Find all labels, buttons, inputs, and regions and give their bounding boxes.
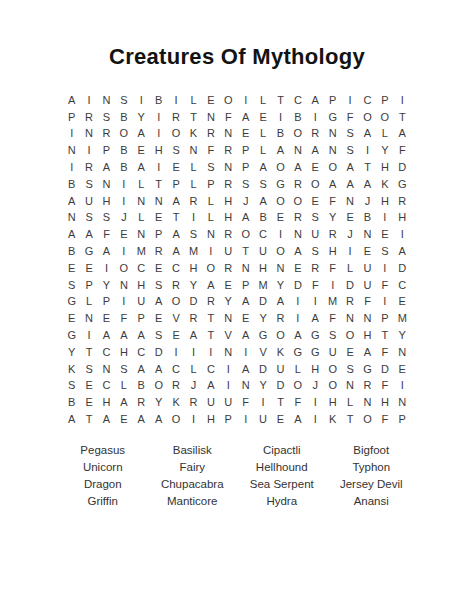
grid-cell[interactable]: N [220, 159, 237, 176]
grid-cell[interactable]: R [80, 159, 97, 176]
grid-cell[interactable]: D [394, 260, 411, 277]
grid-cell[interactable]: O [359, 411, 376, 428]
grid-cell[interactable]: I [394, 378, 411, 395]
grid-cell[interactable]: B [289, 109, 306, 126]
grid-cell[interactable]: P [80, 277, 97, 294]
grid-cell[interactable]: O [237, 226, 254, 243]
grid-cell[interactable]: A [307, 310, 324, 327]
grid-cell[interactable]: U [307, 226, 324, 243]
grid-cell[interactable]: T [237, 243, 254, 260]
grid-cell[interactable]: P [376, 92, 393, 109]
grid-cell[interactable]: E [376, 226, 393, 243]
grid-cell[interactable]: H [185, 260, 202, 277]
grid-cell[interactable]: A [289, 243, 306, 260]
grid-cell[interactable]: O [341, 327, 358, 344]
grid-cell[interactable]: D [341, 277, 358, 294]
grid-cell[interactable]: A [98, 327, 115, 344]
grid-cell[interactable]: P [237, 159, 254, 176]
grid-cell[interactable]: G [289, 344, 306, 361]
grid-cell[interactable]: S [63, 277, 80, 294]
grid-cell[interactable]: K [324, 411, 341, 428]
grid-cell[interactable]: N [359, 226, 376, 243]
grid-cell[interactable]: S [115, 92, 132, 109]
grid-cell[interactable]: H [220, 210, 237, 227]
grid-cell[interactable]: S [167, 142, 184, 159]
grid-cell[interactable]: A [150, 294, 167, 311]
grid-cell[interactable]: N [133, 226, 150, 243]
grid-cell[interactable]: U [272, 361, 289, 378]
grid-cell[interactable]: R [341, 294, 358, 311]
grid-cell[interactable]: F [324, 193, 341, 210]
grid-cell[interactable]: M [133, 243, 150, 260]
grid-cell[interactable]: N [341, 193, 358, 210]
grid-cell[interactable]: T [202, 310, 219, 327]
grid-cell[interactable]: N [63, 210, 80, 227]
grid-cell[interactable]: U [133, 294, 150, 311]
grid-cell[interactable]: G [254, 327, 271, 344]
grid-cell[interactable]: I [63, 159, 80, 176]
grid-cell[interactable]: O [167, 294, 184, 311]
grid-cell[interactable]: N [98, 176, 115, 193]
grid-cell[interactable]: C [167, 361, 184, 378]
grid-cell[interactable]: S [202, 159, 219, 176]
grid-cell[interactable]: D [394, 159, 411, 176]
grid-cell[interactable]: N [133, 193, 150, 210]
grid-cell[interactable]: T [80, 344, 97, 361]
grid-cell[interactable]: A [237, 210, 254, 227]
grid-cell[interactable]: Y [185, 277, 202, 294]
grid-cell[interactable]: N [324, 126, 341, 143]
grid-cell[interactable]: O [289, 126, 306, 143]
grid-cell[interactable]: A [98, 243, 115, 260]
grid-cell[interactable]: R [185, 310, 202, 327]
grid-cell[interactable]: A [115, 394, 132, 411]
grid-cell[interactable]: F [324, 260, 341, 277]
grid-cell[interactable]: N [359, 394, 376, 411]
grid-cell[interactable]: A [115, 327, 132, 344]
grid-cell[interactable]: Y [220, 294, 237, 311]
grid-cell[interactable]: O [289, 378, 306, 395]
grid-cell[interactable]: K [376, 176, 393, 193]
grid-cell[interactable]: I [202, 243, 219, 260]
grid-cell[interactable]: E [115, 226, 132, 243]
grid-cell[interactable]: R [167, 378, 184, 395]
grid-cell[interactable]: A [272, 294, 289, 311]
grid-cell[interactable]: C [289, 92, 306, 109]
grid-cell[interactable]: N [272, 260, 289, 277]
grid-cell[interactable]: F [376, 344, 393, 361]
grid-cell[interactable]: A [289, 411, 306, 428]
grid-cell[interactable]: P [98, 142, 115, 159]
grid-cell[interactable]: S [307, 243, 324, 260]
grid-cell[interactable]: C [394, 277, 411, 294]
grid-cell[interactable]: Y [254, 378, 271, 395]
grid-cell[interactable]: O [272, 327, 289, 344]
grid-cell[interactable]: S [98, 109, 115, 126]
grid-cell[interactable]: F [98, 226, 115, 243]
grid-cell[interactable]: O [272, 159, 289, 176]
grid-cell[interactable]: A [394, 243, 411, 260]
grid-cell[interactable]: O [307, 176, 324, 193]
grid-cell[interactable]: L [115, 378, 132, 395]
grid-cell[interactable]: O [289, 193, 306, 210]
grid-cell[interactable]: A [63, 193, 80, 210]
grid-cell[interactable]: O [324, 159, 341, 176]
grid-cell[interactable]: E [394, 294, 411, 311]
grid-cell[interactable]: R [307, 126, 324, 143]
grid-cell[interactable]: I [307, 109, 324, 126]
grid-cell[interactable]: A [150, 411, 167, 428]
grid-cell[interactable]: P [220, 411, 237, 428]
grid-cell[interactable]: I [185, 210, 202, 227]
grid-cell[interactable]: G [324, 109, 341, 126]
grid-cell[interactable]: A [167, 193, 184, 210]
grid-cell[interactable]: B [115, 159, 132, 176]
grid-cell[interactable]: A [167, 243, 184, 260]
grid-cell[interactable]: A [63, 411, 80, 428]
grid-cell[interactable]: L [341, 394, 358, 411]
grid-cell[interactable]: I [307, 394, 324, 411]
grid-cell[interactable]: T [272, 394, 289, 411]
grid-cell[interactable]: I [307, 411, 324, 428]
grid-cell[interactable]: I [341, 243, 358, 260]
grid-cell[interactable]: R [307, 260, 324, 277]
grid-cell[interactable]: B [133, 378, 150, 395]
grid-cell[interactable]: I [254, 394, 271, 411]
grid-cell[interactable]: E [80, 378, 97, 395]
grid-cell[interactable]: B [272, 126, 289, 143]
grid-cell[interactable]: I [115, 294, 132, 311]
grid-cell[interactable]: I [63, 126, 80, 143]
grid-cell[interactable]: Y [63, 344, 80, 361]
grid-cell[interactable]: A [80, 226, 97, 243]
grid-cell[interactable]: L [133, 176, 150, 193]
grid-cell[interactable]: A [289, 327, 306, 344]
grid-cell[interactable]: C [167, 260, 184, 277]
grid-cell[interactable]: U [220, 394, 237, 411]
grid-cell[interactable]: O [376, 109, 393, 126]
grid-cell[interactable]: L [202, 210, 219, 227]
grid-cell[interactable]: T [376, 327, 393, 344]
grid-cell[interactable]: I [289, 310, 306, 327]
grid-cell[interactable]: E [202, 92, 219, 109]
grid-cell[interactable]: N [150, 193, 167, 210]
grid-cell[interactable]: E [63, 260, 80, 277]
grid-cell[interactable]: I [133, 92, 150, 109]
grid-cell[interactable]: G [307, 344, 324, 361]
grid-cell[interactable]: L [341, 260, 358, 277]
grid-cell[interactable]: J [237, 193, 254, 210]
grid-cell[interactable]: N [289, 142, 306, 159]
grid-cell[interactable]: M [254, 277, 271, 294]
grid-cell[interactable]: F [359, 294, 376, 311]
grid-cell[interactable]: M [185, 243, 202, 260]
grid-cell[interactable]: R [150, 243, 167, 260]
grid-cell[interactable]: C [133, 344, 150, 361]
grid-cell[interactable]: N [98, 361, 115, 378]
grid-cell[interactable]: J [185, 378, 202, 395]
grid-cell[interactable]: R [220, 142, 237, 159]
grid-cell[interactable]: T [341, 411, 358, 428]
grid-cell[interactable]: L [185, 176, 202, 193]
grid-cell[interactable]: A [254, 159, 271, 176]
grid-cell[interactable]: S [80, 176, 97, 193]
grid-cell[interactable]: S [115, 361, 132, 378]
grid-cell[interactable]: O [220, 92, 237, 109]
grid-cell[interactable]: Y [98, 277, 115, 294]
grid-cell[interactable]: F [220, 109, 237, 126]
grid-cell[interactable]: K [185, 126, 202, 143]
grid-cell[interactable]: A [202, 277, 219, 294]
grid-cell[interactable]: N [394, 394, 411, 411]
grid-cell[interactable]: A [341, 159, 358, 176]
grid-cell[interactable]: B [254, 210, 271, 227]
grid-cell[interactable]: I [185, 411, 202, 428]
grid-cell[interactable]: V [254, 344, 271, 361]
grid-cell[interactable]: O [115, 126, 132, 143]
grid-cell[interactable]: A [324, 176, 341, 193]
grid-cell[interactable]: Y [376, 142, 393, 159]
grid-cell[interactable]: R [359, 378, 376, 395]
grid-cell[interactable]: E [237, 126, 254, 143]
grid-cell[interactable]: L [376, 126, 393, 143]
grid-cell[interactable]: A [185, 327, 202, 344]
grid-cell[interactable]: I [115, 176, 132, 193]
grid-cell[interactable]: A [98, 411, 115, 428]
grid-cell[interactable]: E [150, 310, 167, 327]
grid-cell[interactable]: H [307, 361, 324, 378]
grid-cell[interactable]: H [115, 344, 132, 361]
grid-cell[interactable]: L [254, 142, 271, 159]
grid-cell[interactable]: P [98, 294, 115, 311]
grid-cell[interactable]: K [272, 344, 289, 361]
grid-cell[interactable]: O [272, 193, 289, 210]
grid-cell[interactable]: T [272, 92, 289, 109]
grid-cell[interactable]: A [272, 142, 289, 159]
grid-cell[interactable]: F [394, 142, 411, 159]
grid-cell[interactable]: R [185, 193, 202, 210]
grid-cell[interactable]: U [359, 277, 376, 294]
grid-cell[interactable]: S [254, 176, 271, 193]
grid-cell[interactable]: N [202, 226, 219, 243]
grid-cell[interactable]: E [289, 260, 306, 277]
grid-cell[interactable]: P [237, 277, 254, 294]
grid-cell[interactable]: S [324, 327, 341, 344]
grid-cell[interactable]: S [80, 210, 97, 227]
grid-cell[interactable]: S [63, 378, 80, 395]
grid-cell[interactable]: E [254, 109, 271, 126]
grid-cell[interactable]: C [98, 378, 115, 395]
grid-cell[interactable]: I [167, 344, 184, 361]
grid-cell[interactable]: N [185, 142, 202, 159]
grid-cell[interactable]: A [289, 159, 306, 176]
grid-cell[interactable]: A [237, 327, 254, 344]
grid-cell[interactable]: I [376, 260, 393, 277]
grid-cell[interactable]: N [220, 126, 237, 143]
grid-cell[interactable]: E [237, 310, 254, 327]
grid-cell[interactable]: A [150, 361, 167, 378]
grid-cell[interactable]: S [376, 243, 393, 260]
grid-cell[interactable]: F [376, 411, 393, 428]
grid-cell[interactable]: I [115, 193, 132, 210]
grid-cell[interactable]: I [185, 344, 202, 361]
grid-cell[interactable]: N [289, 226, 306, 243]
grid-cell[interactable]: U [220, 243, 237, 260]
grid-cell[interactable]: H [394, 210, 411, 227]
grid-cell[interactable]: E [272, 210, 289, 227]
grid-cell[interactable]: R [220, 176, 237, 193]
grid-cell[interactable]: I [307, 294, 324, 311]
grid-cell[interactable]: E [341, 210, 358, 227]
grid-cell[interactable]: M [324, 294, 341, 311]
grid-cell[interactable]: N [237, 260, 254, 277]
grid-cell[interactable]: T [150, 176, 167, 193]
grid-cell[interactable]: A [359, 126, 376, 143]
grid-cell[interactable]: A [254, 193, 271, 210]
grid-cell[interactable]: G [394, 176, 411, 193]
grid-cell[interactable]: H [376, 193, 393, 210]
grid-cell[interactable]: R [202, 294, 219, 311]
grid-cell[interactable]: T [167, 210, 184, 227]
grid-cell[interactable]: F [115, 310, 132, 327]
grid-cell[interactable]: I [341, 92, 358, 109]
grid-cell[interactable]: S [237, 176, 254, 193]
grid-cell[interactable]: N [80, 126, 97, 143]
grid-cell[interactable]: I [150, 159, 167, 176]
grid-cell[interactable]: R [220, 260, 237, 277]
grid-cell[interactable]: N [237, 378, 254, 395]
grid-cell[interactable]: F [376, 277, 393, 294]
grid-cell[interactable]: A [133, 159, 150, 176]
grid-cell[interactable]: I [359, 142, 376, 159]
grid-cell[interactable]: N [80, 310, 97, 327]
grid-cell[interactable]: E [80, 394, 97, 411]
grid-cell[interactable]: H [98, 193, 115, 210]
grid-cell[interactable]: H [98, 394, 115, 411]
grid-cell[interactable]: S [150, 327, 167, 344]
grid-cell[interactable]: A [167, 226, 184, 243]
grid-cell[interactable]: U [202, 394, 219, 411]
grid-cell[interactable]: P [324, 92, 341, 109]
grid-cell[interactable]: F [237, 394, 254, 411]
grid-cell[interactable]: A [359, 344, 376, 361]
grid-cell[interactable]: A [237, 361, 254, 378]
grid-cell[interactable]: O [115, 260, 132, 277]
grid-cell[interactable]: I [220, 378, 237, 395]
grid-cell[interactable]: A [63, 92, 80, 109]
grid-cell[interactable]: R [289, 210, 306, 227]
grid-cell[interactable]: B [150, 92, 167, 109]
grid-cell[interactable]: F [376, 378, 393, 395]
grid-cell[interactable]: T [185, 109, 202, 126]
grid-cell[interactable]: A [133, 327, 150, 344]
grid-cell[interactable]: J [307, 378, 324, 395]
grid-cell[interactable]: P [63, 109, 80, 126]
grid-cell[interactable]: S [98, 210, 115, 227]
grid-cell[interactable]: M [394, 310, 411, 327]
grid-cell[interactable]: D [289, 277, 306, 294]
grid-cell[interactable]: R [394, 193, 411, 210]
grid-cell[interactable]: D [376, 361, 393, 378]
grid-cell[interactable]: E [133, 142, 150, 159]
grid-cell[interactable]: N [98, 92, 115, 109]
grid-cell[interactable]: H [133, 277, 150, 294]
grid-cell[interactable]: U [80, 193, 97, 210]
grid-cell[interactable]: I [289, 294, 306, 311]
grid-cell[interactable]: O [202, 260, 219, 277]
grid-cell[interactable]: J [115, 210, 132, 227]
grid-cell[interactable]: E [167, 327, 184, 344]
grid-cell[interactable]: S [80, 361, 97, 378]
grid-cell[interactable]: E [307, 193, 324, 210]
grid-cell[interactable]: F [202, 142, 219, 159]
grid-cell[interactable]: Y [272, 277, 289, 294]
grid-cell[interactable]: I [237, 344, 254, 361]
grid-cell[interactable]: N [220, 344, 237, 361]
grid-cell[interactable]: E [272, 411, 289, 428]
grid-cell[interactable]: O [167, 126, 184, 143]
grid-cell[interactable]: N [341, 378, 358, 395]
grid-cell[interactable]: G [272, 176, 289, 193]
grid-cell[interactable]: O [324, 361, 341, 378]
grid-cell[interactable]: U [254, 411, 271, 428]
grid-cell[interactable]: L [133, 210, 150, 227]
grid-cell[interactable]: Y [254, 310, 271, 327]
grid-cell[interactable]: G [307, 327, 324, 344]
grid-cell[interactable]: E [63, 310, 80, 327]
grid-cell[interactable]: I [324, 277, 341, 294]
grid-cell[interactable]: Y [324, 210, 341, 227]
grid-cell[interactable]: L [185, 159, 202, 176]
grid-cell[interactable]: P [202, 176, 219, 193]
grid-cell[interactable]: G [80, 243, 97, 260]
grid-cell[interactable]: L [185, 92, 202, 109]
grid-cell[interactable]: I [394, 92, 411, 109]
grid-cell[interactable]: A [307, 142, 324, 159]
grid-cell[interactable]: I [80, 327, 97, 344]
grid-cell[interactable]: F [307, 277, 324, 294]
grid-cell[interactable]: N [202, 109, 219, 126]
grid-cell[interactable]: O [272, 243, 289, 260]
grid-cell[interactable]: I [272, 226, 289, 243]
grid-cell[interactable]: H [202, 411, 219, 428]
grid-cell[interactable]: S [341, 126, 358, 143]
grid-cell[interactable]: I [167, 92, 184, 109]
grid-cell[interactable]: V [167, 310, 184, 327]
grid-cell[interactable]: R [167, 277, 184, 294]
grid-cell[interactable]: B [115, 142, 132, 159]
grid-cell[interactable]: D [254, 294, 271, 311]
grid-cell[interactable]: K [63, 361, 80, 378]
grid-cell[interactable]: G [63, 294, 80, 311]
grid-cell[interactable]: H [254, 260, 271, 277]
grid-cell[interactable]: I [98, 260, 115, 277]
grid-cell[interactable]: E [115, 411, 132, 428]
grid-cell[interactable]: B [63, 176, 80, 193]
grid-cell[interactable]: T [80, 411, 97, 428]
grid-cell[interactable]: I [150, 126, 167, 143]
grid-cell[interactable]: F [324, 310, 341, 327]
grid-cell[interactable]: E [150, 210, 167, 227]
grid-cell[interactable]: Y [133, 109, 150, 126]
grid-cell[interactable]: E [359, 243, 376, 260]
grid-cell[interactable]: E [98, 310, 115, 327]
grid-cell[interactable]: E [220, 277, 237, 294]
grid-cell[interactable]: A [394, 126, 411, 143]
grid-cell[interactable]: I [80, 92, 97, 109]
grid-cell[interactable]: N [115, 277, 132, 294]
grid-cell[interactable]: A [63, 226, 80, 243]
